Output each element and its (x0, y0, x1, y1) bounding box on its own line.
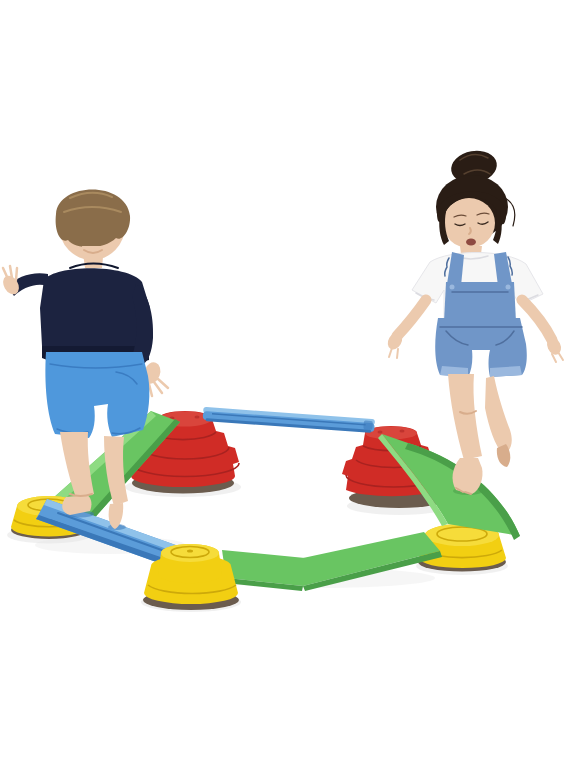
pod-top-dot (187, 550, 193, 553)
stone-top-detail (378, 431, 383, 434)
boy-left-fingers (16, 268, 17, 280)
product-photo: Two barefoot toddlers balance on a color… (0, 0, 570, 763)
girl-mouth (466, 239, 476, 246)
girl-overall-button (450, 285, 455, 290)
stone-top-detail (400, 430, 405, 433)
girl-left-fingers (397, 349, 398, 358)
boy-hair (56, 190, 130, 248)
beam-end-connector (363, 420, 373, 430)
girl-overall-bib (444, 282, 516, 322)
girl-overall-button (506, 285, 511, 290)
balance-course-scene (0, 0, 570, 763)
stone-top-detail (195, 416, 200, 419)
